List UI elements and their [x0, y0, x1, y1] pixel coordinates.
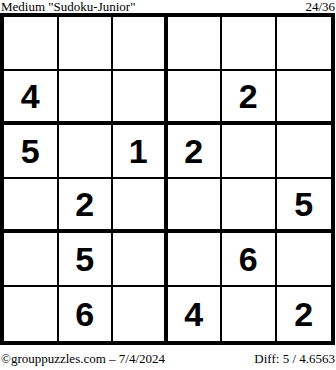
difficulty-rating: Diff: 5 / 4.6563: [254, 351, 335, 366]
cell-r6c3[interactable]: [113, 287, 168, 341]
cell-r2c3[interactable]: [113, 71, 168, 125]
cell-r2c5: 2: [222, 71, 277, 125]
cell-r3c3: 1: [113, 125, 168, 179]
cell-r4c4[interactable]: [168, 179, 223, 233]
cell-r5c4[interactable]: [168, 233, 223, 287]
cell-r3c4: 2: [168, 125, 223, 179]
cell-r4c2: 2: [59, 179, 114, 233]
footer: ©grouppuzzles.com – 7/4/2024 Diff: 5 / 4…: [1, 351, 335, 366]
cell-r6c4: 4: [168, 287, 223, 341]
cell-r6c6: 2: [277, 287, 332, 341]
blank-count: 24/36: [305, 0, 335, 13]
cell-r3c5[interactable]: [222, 125, 277, 179]
cell-r2c1: 4: [4, 71, 59, 125]
cell-r5c6[interactable]: [277, 233, 332, 287]
cell-r5c5: 6: [222, 233, 277, 287]
cell-r3c1: 5: [4, 125, 59, 179]
header: Medium "Sudoku-Junior" 24/36: [1, 0, 335, 13]
cell-r1c3[interactable]: [113, 17, 168, 71]
cell-r6c5[interactable]: [222, 287, 277, 341]
cell-r6c2: 6: [59, 287, 114, 341]
cell-r1c5[interactable]: [222, 17, 277, 71]
cell-r3c2[interactable]: [59, 125, 114, 179]
cell-r5c3[interactable]: [113, 233, 168, 287]
board: 425122556642: [0, 13, 335, 345]
cell-r1c6[interactable]: [277, 17, 332, 71]
cell-r2c4[interactable]: [168, 71, 223, 125]
copyright-date: ©grouppuzzles.com – 7/4/2024: [1, 351, 165, 366]
cell-r2c6[interactable]: [277, 71, 332, 125]
puzzle-title: Medium "Sudoku-Junior": [1, 0, 135, 13]
cell-r2c2[interactable]: [59, 71, 114, 125]
cell-r3c6[interactable]: [277, 125, 332, 179]
cell-r1c1[interactable]: [4, 17, 59, 71]
cell-r4c5[interactable]: [222, 179, 277, 233]
cell-r4c1[interactable]: [4, 179, 59, 233]
cell-r4c6: 5: [277, 179, 332, 233]
puzzle-page: Medium "Sudoku-Junior" 24/36 42512255664…: [0, 0, 336, 370]
cell-r1c4[interactable]: [168, 17, 223, 71]
cell-r1c2[interactable]: [59, 17, 114, 71]
cell-r5c2: 5: [59, 233, 114, 287]
cell-r4c3[interactable]: [113, 179, 168, 233]
cell-r6c1[interactable]: [4, 287, 59, 341]
cell-r5c1[interactable]: [4, 233, 59, 287]
